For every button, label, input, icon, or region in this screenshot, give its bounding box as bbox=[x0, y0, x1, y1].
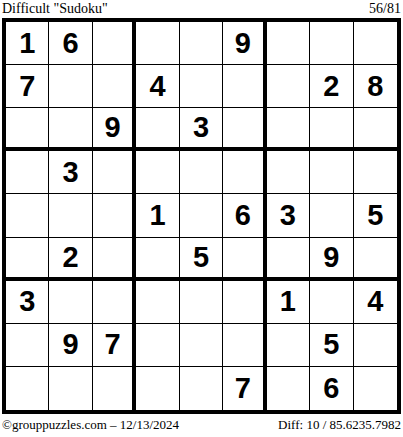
cell-r5c2[interactable] bbox=[49, 194, 92, 237]
cell-r8c8[interactable]: 5 bbox=[310, 324, 353, 367]
cell-r4c4[interactable] bbox=[136, 151, 179, 194]
copyright-text: ©grouppuzzles.com – 12/13/2024 bbox=[2, 418, 179, 432]
cell-r8c6[interactable] bbox=[223, 324, 266, 367]
puzzle-title: Difficult "Sudoku" bbox=[2, 1, 108, 16]
cell-r1c1[interactable]: 1 bbox=[6, 22, 49, 65]
cell-r6c1[interactable] bbox=[6, 238, 49, 281]
cell-r5c3[interactable] bbox=[93, 194, 136, 237]
cell-r4c3[interactable] bbox=[93, 151, 136, 194]
cell-r1c6[interactable]: 9 bbox=[223, 22, 266, 65]
sudoku-board: 1697428933163525931497576 bbox=[2, 18, 401, 414]
cell-r8c7[interactable] bbox=[267, 324, 310, 367]
cell-r2c8[interactable]: 2 bbox=[310, 65, 353, 108]
cell-r6c7[interactable] bbox=[267, 238, 310, 281]
cell-r4c2[interactable]: 3 bbox=[49, 151, 92, 194]
cell-r8c2[interactable]: 9 bbox=[49, 324, 92, 367]
cell-r9c2[interactable] bbox=[49, 367, 92, 410]
cell-r8c4[interactable] bbox=[136, 324, 179, 367]
cell-r7c9[interactable]: 4 bbox=[354, 281, 397, 324]
cell-r2c7[interactable] bbox=[267, 65, 310, 108]
cell-r4c7[interactable] bbox=[267, 151, 310, 194]
cell-r9c6[interactable]: 7 bbox=[223, 367, 266, 410]
cell-r6c2[interactable]: 2 bbox=[49, 238, 92, 281]
cell-r3c5[interactable]: 3 bbox=[180, 108, 223, 151]
cell-r5c1[interactable] bbox=[6, 194, 49, 237]
cell-r7c4[interactable] bbox=[136, 281, 179, 324]
cell-r4c6[interactable] bbox=[223, 151, 266, 194]
cell-r6c4[interactable] bbox=[136, 238, 179, 281]
cell-r1c9[interactable] bbox=[354, 22, 397, 65]
cell-r9c1[interactable] bbox=[6, 367, 49, 410]
cell-r1c4[interactable] bbox=[136, 22, 179, 65]
cell-r3c6[interactable] bbox=[223, 108, 266, 151]
cell-r5c7[interactable]: 3 bbox=[267, 194, 310, 237]
difficulty-rating: Diff: 10 / 85.6235.7982 bbox=[278, 418, 401, 432]
sudoku-page: Difficult "Sudoku" 56/81 169742893316352… bbox=[0, 0, 403, 437]
cell-r3c3[interactable]: 9 bbox=[93, 108, 136, 151]
cell-r9c7[interactable] bbox=[267, 367, 310, 410]
cell-r7c6[interactable] bbox=[223, 281, 266, 324]
cell-r5c9[interactable]: 5 bbox=[354, 194, 397, 237]
cell-r7c5[interactable] bbox=[180, 281, 223, 324]
cell-r3c9[interactable] bbox=[354, 108, 397, 151]
cell-r2c9[interactable]: 8 bbox=[354, 65, 397, 108]
cell-r6c6[interactable] bbox=[223, 238, 266, 281]
cell-r3c7[interactable] bbox=[267, 108, 310, 151]
cell-r1c7[interactable] bbox=[267, 22, 310, 65]
cell-r2c2[interactable] bbox=[49, 65, 92, 108]
cell-r8c3[interactable]: 7 bbox=[93, 324, 136, 367]
cell-r1c2[interactable]: 6 bbox=[49, 22, 92, 65]
cell-r4c5[interactable] bbox=[180, 151, 223, 194]
cell-r6c5[interactable]: 5 bbox=[180, 238, 223, 281]
cell-r7c3[interactable] bbox=[93, 281, 136, 324]
cell-r1c5[interactable] bbox=[180, 22, 223, 65]
cell-r8c5[interactable] bbox=[180, 324, 223, 367]
cell-r6c8[interactable]: 9 bbox=[310, 238, 353, 281]
header: Difficult "Sudoku" 56/81 bbox=[0, 0, 403, 18]
cell-r4c8[interactable] bbox=[310, 151, 353, 194]
cell-r8c9[interactable] bbox=[354, 324, 397, 367]
cell-r9c4[interactable] bbox=[136, 367, 179, 410]
cell-r7c2[interactable] bbox=[49, 281, 92, 324]
cell-r5c5[interactable] bbox=[180, 194, 223, 237]
cell-r3c2[interactable] bbox=[49, 108, 92, 151]
cell-r3c1[interactable] bbox=[6, 108, 49, 151]
cell-r4c9[interactable] bbox=[354, 151, 397, 194]
cell-r2c1[interactable]: 7 bbox=[6, 65, 49, 108]
cell-r9c5[interactable] bbox=[180, 367, 223, 410]
cell-r2c6[interactable] bbox=[223, 65, 266, 108]
cell-r7c1[interactable]: 3 bbox=[6, 281, 49, 324]
cell-r6c3[interactable] bbox=[93, 238, 136, 281]
cell-r7c8[interactable] bbox=[310, 281, 353, 324]
cell-r2c4[interactable]: 4 bbox=[136, 65, 179, 108]
cell-r1c3[interactable] bbox=[93, 22, 136, 65]
footer: ©grouppuzzles.com – 12/13/2024 Diff: 10 … bbox=[0, 414, 403, 437]
cell-r3c4[interactable] bbox=[136, 108, 179, 151]
cell-r5c8[interactable] bbox=[310, 194, 353, 237]
cell-r1c8[interactable] bbox=[310, 22, 353, 65]
cells-remaining-counter: 56/81 bbox=[369, 1, 401, 16]
cell-r7c7[interactable]: 1 bbox=[267, 281, 310, 324]
cell-r6c9[interactable] bbox=[354, 238, 397, 281]
cell-r2c5[interactable] bbox=[180, 65, 223, 108]
cell-r5c6[interactable]: 6 bbox=[223, 194, 266, 237]
cell-r8c1[interactable] bbox=[6, 324, 49, 367]
cell-r2c3[interactable] bbox=[93, 65, 136, 108]
cell-r9c8[interactable]: 6 bbox=[310, 367, 353, 410]
cell-r3c8[interactable] bbox=[310, 108, 353, 151]
cell-r4c1[interactable] bbox=[6, 151, 49, 194]
cell-r5c4[interactable]: 1 bbox=[136, 194, 179, 237]
cell-r9c3[interactable] bbox=[93, 367, 136, 410]
cell-r9c9[interactable] bbox=[354, 367, 397, 410]
